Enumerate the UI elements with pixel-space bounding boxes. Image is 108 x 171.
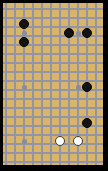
white-stone[interactable] — [55, 136, 65, 146]
star-point — [76, 31, 81, 36]
star-point — [22, 31, 27, 36]
star-point — [22, 139, 27, 144]
white-stone[interactable] — [73, 136, 83, 146]
star-point — [76, 85, 81, 90]
black-stone[interactable] — [82, 28, 92, 38]
go-board[interactable] — [3, 3, 103, 165]
black-stone[interactable] — [82, 82, 92, 92]
black-stone[interactable] — [19, 19, 29, 29]
go-diagram — [0, 0, 108, 171]
black-stone[interactable] — [82, 118, 92, 128]
star-point — [22, 85, 27, 90]
black-stone[interactable] — [64, 28, 74, 38]
black-stone[interactable] — [19, 37, 29, 47]
